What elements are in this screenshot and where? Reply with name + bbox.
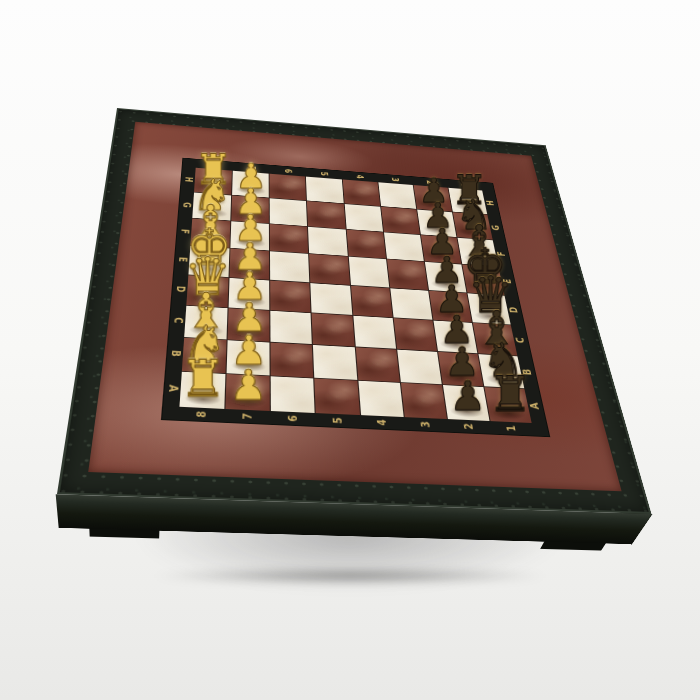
square-h5 [306,177,343,204]
square-b4 [355,347,399,382]
board-3d-wrapper: 87654321 87654321 HGFEDCBA HGFEDCBA ♜♟♟♜… [57,108,651,514]
square-f5 [308,227,347,256]
square-g5 [307,201,345,229]
square-a1: ♜ [484,387,531,423]
square-e4 [348,257,389,287]
chessboard-frame: 87654321 87654321 HGFEDCBA HGFEDCBA ♜♟♟♜… [57,108,651,514]
square-d5 [311,283,352,315]
square-c4 [353,315,396,348]
gold-pawn-a7: ♟ [229,364,267,406]
playing-area: ♜♟♟♜♞♟♟♞♝♟♟♝♚♟♟♚♛♟♟♛♝♟♟♝♞♟♟♞♜♟♟♜ [179,168,531,423]
square-b6 [271,342,314,377]
scene: 87654321 87654321 HGFEDCBA HGFEDCBA ♜♟♟♜… [0,0,700,700]
square-a7: ♟ [226,374,270,411]
bronze-rook-a1: ♜ [488,369,532,418]
square-d3 [390,288,432,320]
square-h6 [270,174,307,201]
square-f6 [270,224,308,253]
board-contact-shadow [85,565,615,587]
coordinate-frame: 87654321 87654321 HGFEDCBA HGFEDCBA ♜♟♟♜… [162,158,549,436]
square-e3 [387,260,428,290]
square-h4 [342,179,379,206]
square-c3 [393,318,436,351]
square-f3 [384,233,424,262]
square-h3 [378,182,416,209]
square-g6 [270,198,307,226]
square-a5 [315,378,360,415]
square-g3 [381,207,420,235]
square-e6 [270,252,309,282]
square-a2: ♟ [443,385,490,421]
square-c5 [312,313,354,346]
gold-rook-a8: ♜ [179,353,225,404]
square-b5 [313,345,356,380]
square-g4 [344,204,382,232]
square-d4 [351,285,393,317]
square-f4 [346,230,385,259]
square-d6 [270,280,310,312]
square-b3 [397,349,442,384]
bronze-pawn-a2: ♟ [450,376,486,417]
square-e5 [309,254,349,284]
square-a3 [401,383,447,419]
square-a8: ♜ [179,372,225,409]
square-a6 [271,376,315,413]
square-a4 [358,381,403,417]
square-c6 [271,310,313,343]
red-marble-border: 87654321 87654321 HGFEDCBA HGFEDCBA ♜♟♟♜… [88,122,621,492]
